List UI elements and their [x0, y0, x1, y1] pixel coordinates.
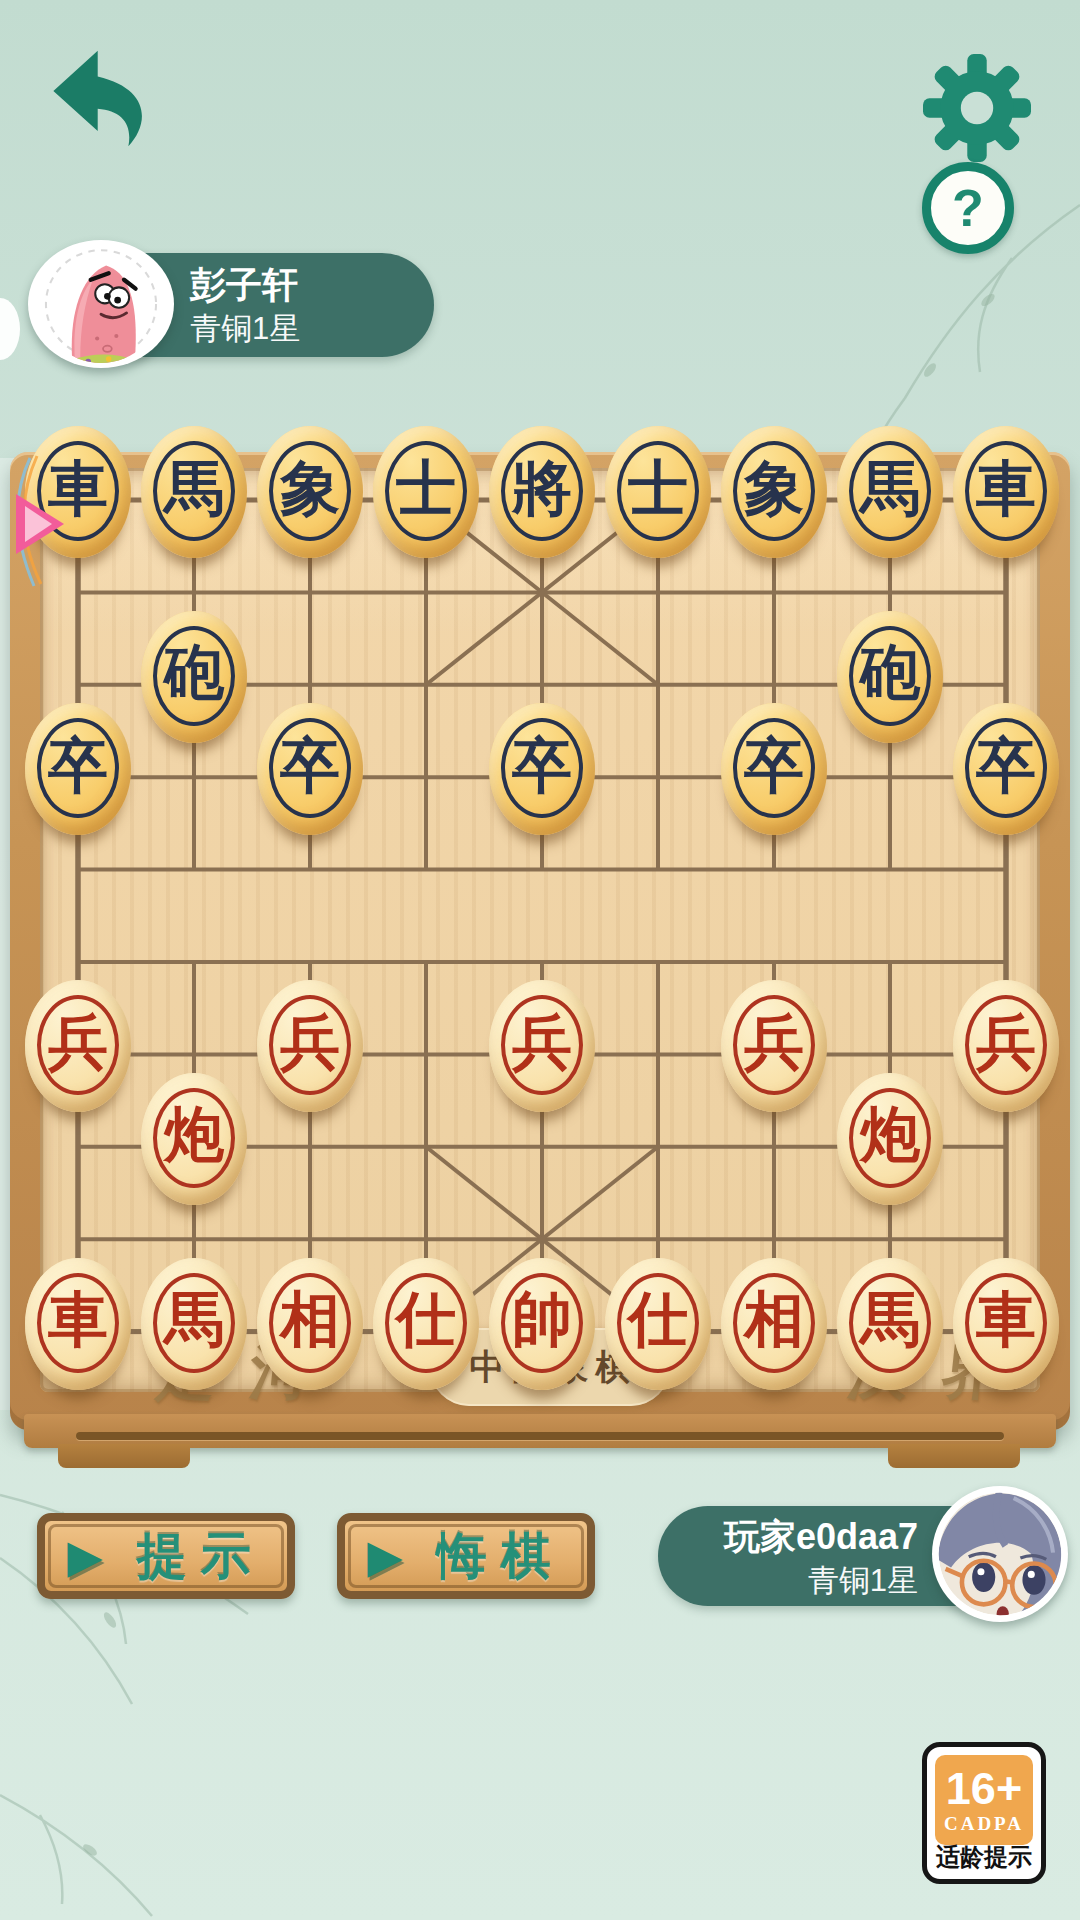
piece-black-soldier[interactable]: 卒 — [953, 703, 1059, 835]
age-rating-org: CADPA — [944, 1813, 1024, 1835]
hint-button-label: 提示 — [123, 1523, 265, 1590]
back-button[interactable] — [46, 44, 146, 148]
piece-red-chariot[interactable]: 車 — [953, 1258, 1059, 1390]
piece-red-advisor[interactable]: 仕 — [605, 1258, 711, 1390]
piece-glyph: 卒 — [953, 703, 1059, 835]
piece-black-cannon[interactable]: 砲 — [837, 611, 943, 743]
piece-red-soldier[interactable]: 兵 — [953, 980, 1059, 1112]
piece-glyph: 車 — [953, 1258, 1059, 1390]
piece-glyph: 仕 — [605, 1258, 711, 1390]
piece-black-advisor[interactable]: 士 — [373, 426, 479, 558]
piece-glyph: 卒 — [257, 703, 363, 835]
piece-glyph: 馬 — [141, 426, 247, 558]
age-rating-box: 16+ CADPA — [935, 1755, 1033, 1845]
piece-black-chariot[interactable]: 車 — [953, 426, 1059, 558]
self-avatar — [932, 1486, 1068, 1622]
piece-black-soldier[interactable]: 卒 — [721, 703, 827, 835]
piece-glyph: 兵 — [489, 980, 595, 1112]
piece-glyph: 車 — [25, 1258, 131, 1390]
piece-glyph: 仕 — [373, 1258, 479, 1390]
piece-glyph: 炮 — [837, 1073, 943, 1205]
piece-black-soldier[interactable]: 卒 — [25, 703, 131, 835]
piece-glyph: 將 — [489, 426, 595, 558]
undo-button[interactable]: ▶ 悔棋 — [337, 1513, 595, 1599]
piece-red-horse[interactable]: 馬 — [141, 1258, 247, 1390]
board-foot-left — [58, 1444, 190, 1468]
piece-black-chariot[interactable]: 車 — [25, 426, 131, 558]
age-rating-caption: 适龄提示 — [927, 1841, 1041, 1873]
piece-red-elephant[interactable]: 相 — [257, 1258, 363, 1390]
piece-glyph: 炮 — [141, 1073, 247, 1205]
piece-glyph: 卒 — [489, 703, 595, 835]
opponent-rank: 青铜1星 — [190, 308, 420, 350]
piece-glyph: 相 — [257, 1258, 363, 1390]
piece-black-horse[interactable]: 馬 — [141, 426, 247, 558]
piece-red-soldier[interactable]: 兵 — [25, 980, 131, 1112]
self-name: 玩家e0daa7 — [678, 1514, 918, 1560]
piece-black-advisor[interactable]: 士 — [605, 426, 711, 558]
piece-glyph: 砲 — [141, 611, 247, 743]
opponent-info: 彭子轩 青铜1星 — [190, 262, 420, 350]
stand-groove — [76, 1432, 1004, 1440]
back-arrow-icon — [46, 136, 146, 151]
piece-glyph: 砲 — [837, 611, 943, 743]
piece-red-general[interactable]: 帥 — [489, 1258, 595, 1390]
piece-glyph: 士 — [373, 426, 479, 558]
opponent-name: 彭子轩 — [190, 262, 420, 308]
piece-black-horse[interactable]: 馬 — [837, 426, 943, 558]
piece-black-general[interactable]: 將 — [489, 426, 595, 558]
edge-decor-circle — [0, 298, 20, 360]
play-triangle-icon: ▶ — [367, 1533, 402, 1579]
piece-red-advisor[interactable]: 仕 — [373, 1258, 479, 1390]
help-button[interactable]: ? — [922, 162, 1014, 254]
piece-red-horse[interactable]: 馬 — [837, 1258, 943, 1390]
piece-black-soldier[interactable]: 卒 — [257, 703, 363, 835]
age-rating-age: 16+ — [946, 1765, 1022, 1813]
play-triangle-icon: ▶ — [67, 1533, 102, 1579]
piece-glyph: 馬 — [837, 1258, 943, 1390]
app-root: ? 彭子轩 青铜1星 — [0, 0, 1080, 1920]
piece-red-cannon[interactable]: 炮 — [141, 1073, 247, 1205]
piece-black-elephant[interactable]: 象 — [721, 426, 827, 558]
piece-black-cannon[interactable]: 砲 — [141, 611, 247, 743]
piece-glyph: 帥 — [489, 1258, 595, 1390]
piece-glyph: 車 — [25, 426, 131, 558]
piece-glyph: 卒 — [721, 703, 827, 835]
piece-red-cannon[interactable]: 炮 — [837, 1073, 943, 1205]
piece-red-soldier[interactable]: 兵 — [489, 980, 595, 1112]
piece-glyph: 相 — [721, 1258, 827, 1390]
board-foot-right — [888, 1444, 1020, 1468]
settings-button[interactable] — [923, 52, 1031, 164]
self-rank: 青铜1星 — [678, 1560, 918, 1602]
piece-glyph: 兵 — [721, 980, 827, 1112]
self-info: 玩家e0daa7 青铜1星 — [678, 1514, 918, 1602]
age-rating-badge: 16+ CADPA 适龄提示 — [922, 1742, 1046, 1884]
question-mark-icon: ? — [952, 179, 984, 237]
undo-button-label: 悔棋 — [423, 1523, 565, 1590]
piece-glyph: 兵 — [953, 980, 1059, 1112]
piece-glyph: 車 — [953, 426, 1059, 558]
piece-red-soldier[interactable]: 兵 — [257, 980, 363, 1112]
piece-glyph: 象 — [257, 426, 363, 558]
opponent-avatar — [28, 240, 174, 368]
piece-glyph: 馬 — [141, 1258, 247, 1390]
piece-red-soldier[interactable]: 兵 — [721, 980, 827, 1112]
piece-red-chariot[interactable]: 車 — [25, 1258, 131, 1390]
piece-glyph: 兵 — [25, 980, 131, 1112]
piece-black-soldier[interactable]: 卒 — [489, 703, 595, 835]
piece-glyph: 馬 — [837, 426, 943, 558]
piece-glyph: 卒 — [25, 703, 131, 835]
piece-red-elephant[interactable]: 相 — [721, 1258, 827, 1390]
board-stand — [24, 1414, 1056, 1448]
piece-glyph: 兵 — [257, 980, 363, 1112]
piece-black-elephant[interactable]: 象 — [257, 426, 363, 558]
piece-glyph: 象 — [721, 426, 827, 558]
piece-glyph: 士 — [605, 426, 711, 558]
hint-button[interactable]: ▶ 提示 — [37, 1513, 295, 1599]
